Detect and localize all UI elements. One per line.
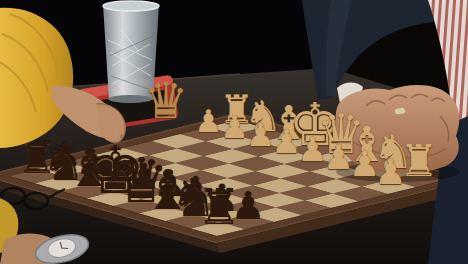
foreground-layer [0, 0, 468, 264]
chess-match-photo: ♜♞♝♛♚♝♞♜♟♟♟♟♟♟♟♟♟♟♟♟♟♟♟♟♜♞♝♛♚♝♞♜♛ [0, 0, 468, 264]
